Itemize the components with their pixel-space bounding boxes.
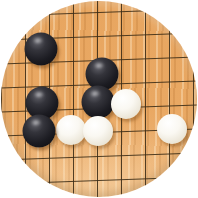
grid-line-vertical-3 bbox=[73, 1, 74, 197]
go-board bbox=[1, 1, 197, 197]
grid-line-vertical-7 bbox=[169, 1, 170, 197]
black-stone-c2r2 bbox=[25, 33, 58, 66]
black-stone-c2r5 bbox=[23, 115, 56, 148]
white-stone-c4r5 bbox=[83, 116, 113, 146]
grid-line-vertical-8 bbox=[193, 1, 194, 197]
white-stone-c3r5 bbox=[56, 115, 86, 145]
grid-line-horizontal-7 bbox=[1, 176, 197, 185]
grid-line-horizontal-0 bbox=[1, 8, 197, 17]
grid-line-vertical-6 bbox=[145, 1, 146, 197]
grid-line-horizontal-6 bbox=[1, 152, 197, 161]
white-stone-c7r5 bbox=[157, 114, 187, 144]
go-board-photo bbox=[0, 0, 198, 198]
grid-line-vertical-0 bbox=[1, 1, 2, 197]
black-stone-c4r4 bbox=[82, 86, 115, 119]
white-stone-c5r4 bbox=[111, 89, 141, 119]
